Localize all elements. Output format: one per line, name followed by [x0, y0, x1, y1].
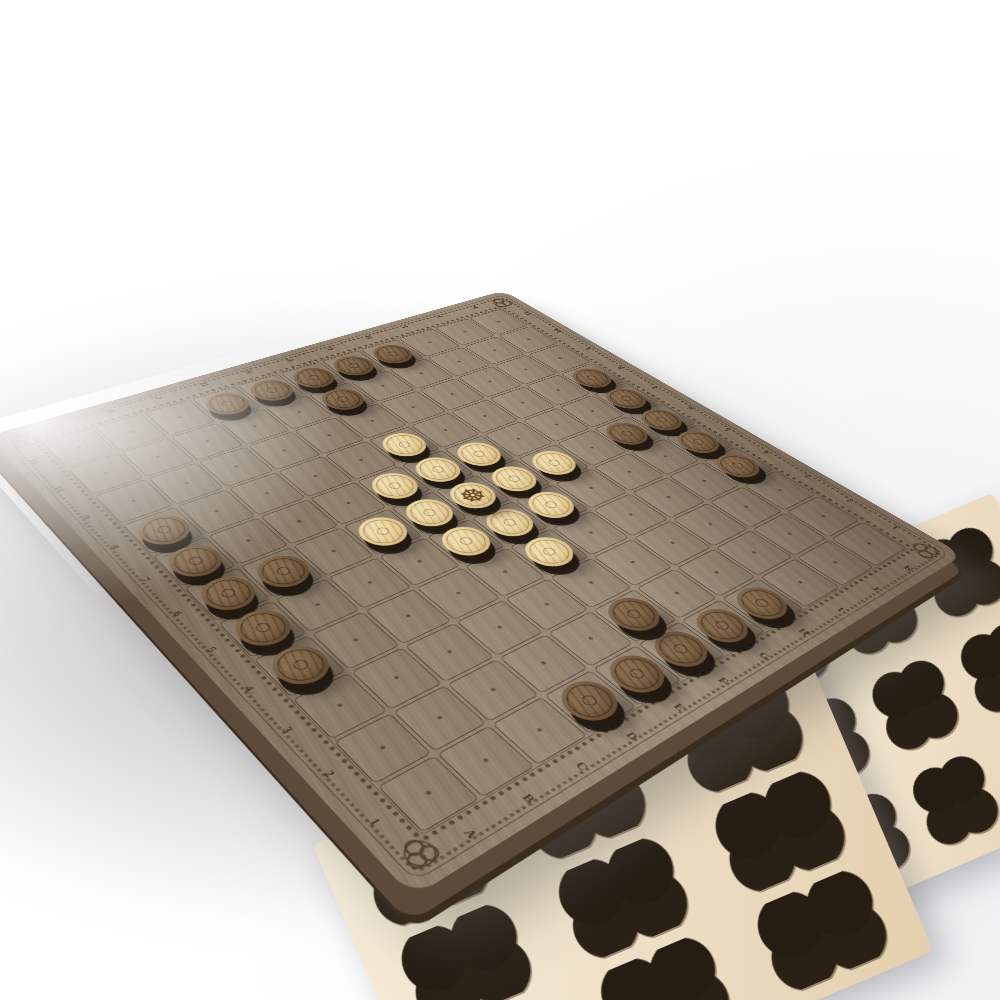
board-pose-wrapper: AABBCCDDEEFFGGHHIIJJKK112233445566778899… [85, 93, 876, 884]
tray-slot [858, 646, 972, 763]
product-photo-stage: AABBCCDDEEFFGGHHIIJJKK112233445566778899… [0, 0, 1000, 1000]
